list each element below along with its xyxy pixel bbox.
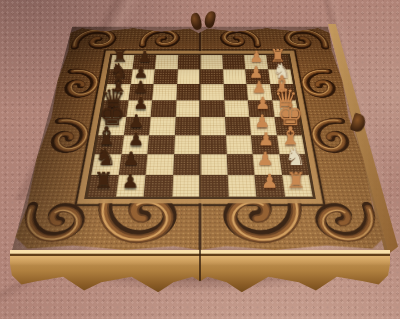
piece-white-rook-h1[interactable]: ♜: [281, 145, 310, 191]
piece-white-pawn-h2[interactable]: ♟: [255, 145, 284, 191]
square-h5[interactable]: [172, 175, 200, 197]
square-h4[interactable]: [200, 175, 228, 197]
piece-black-rook-h8[interactable]: ♜: [89, 145, 118, 191]
pieces-layer: ♜♞♝♛♚♝♞♜♟♟♟♟♟♟♟♟♟♟♟♟♟♟♟♟♜♞♝♛♚♝♞♜: [12, 27, 388, 250]
rook-glyph: ♜: [286, 169, 306, 191]
scene: ♜♞♝♛♚♝♞♜♟♟♟♟♟♟♟♟♟♟♟♟♟♟♟♟♜♞♝♛♚♝♞♜: [12, 0, 388, 250]
square-h6[interactable]: [144, 175, 173, 197]
photo-background: ♜♞♝♛♚♝♞♜♟♟♟♟♟♟♟♟♟♟♟♟♟♟♟♟♜♞♝♛♚♝♞♜: [0, 0, 400, 319]
case-wall-seam: [199, 250, 201, 282]
pawn-glyph: ♟: [122, 172, 139, 191]
rook-glyph: ♜: [94, 169, 114, 191]
case-front-wall: [10, 250, 390, 296]
pawn-glyph: ♟: [261, 172, 278, 191]
chess-case: ♜♞♝♛♚♝♞♜♟♟♟♟♟♟♟♟♟♟♟♟♟♟♟♟♜♞♝♛♚♝♞♜: [12, 27, 388, 250]
square-h3[interactable]: [227, 175, 256, 197]
piece-black-pawn-h7[interactable]: ♟: [116, 145, 145, 191]
